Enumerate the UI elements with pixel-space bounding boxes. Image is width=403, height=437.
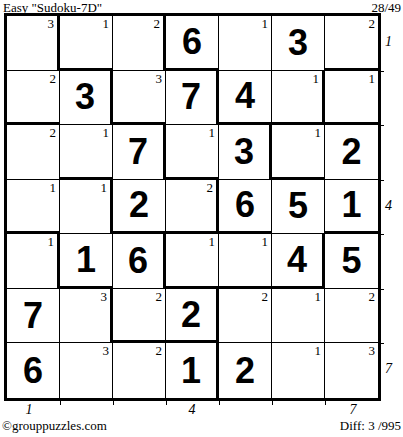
corner-mark: 1 (101, 180, 108, 195)
given-digit: 6 (23, 353, 43, 389)
corner-mark: 1 (50, 180, 57, 195)
corner-mark: 2 (262, 289, 269, 304)
corner-mark: 3 (369, 343, 376, 358)
sudoku-cell-r1c7[interactable]: 2 (325, 16, 378, 71)
sudoku-cell-r7c4[interactable]: 1 (166, 343, 219, 398)
given-digit: 3 (234, 134, 254, 170)
corner-mark: 2 (154, 16, 161, 31)
sudoku-cell-r2c4[interactable]: 7 (166, 71, 219, 126)
col-label-7: 7 (347, 402, 359, 418)
bottom-tick (166, 399, 167, 405)
corner-mark: 3 (156, 71, 163, 86)
sudoku-cell-r3c4[interactable]: 1 (166, 125, 219, 180)
sudoku-cell-r7c3[interactable]: 2 (113, 343, 166, 398)
sudoku-cell-r6c6[interactable]: 1 (272, 289, 325, 344)
sudoku-cell-r3c2[interactable]: 1 (60, 125, 113, 180)
sudoku-cell-r1c6[interactable]: 3 (272, 16, 325, 71)
corner-mark: 1 (262, 234, 269, 249)
bottom-tick (113, 399, 114, 405)
corner-mark: 2 (50, 125, 57, 140)
row-label-7: 7 (385, 361, 401, 377)
sudoku-cell-r4c7[interactable]: 1 (325, 180, 378, 235)
copyright-text: ©grouppuzzles.com (2, 418, 107, 434)
sudoku-cell-r2c5[interactable]: 4 (219, 71, 272, 126)
sudoku-cell-r4c5[interactable]: 6 (219, 180, 272, 235)
sudoku-cell-r2c2[interactable]: 3 (60, 71, 113, 126)
sudoku-cell-r5c7[interactable]: 5 (325, 234, 378, 289)
given-digit: 3 (288, 25, 308, 61)
corner-mark: 1 (369, 71, 376, 86)
sudoku-cell-r5c2[interactable]: 1 (60, 234, 113, 289)
sudoku-cell-r1c1[interactable]: 3 (7, 16, 60, 71)
right-tick (379, 289, 384, 290)
given-digit: 1 (181, 353, 201, 389)
sudoku-cell-r4c3[interactable]: 2 (113, 180, 166, 235)
corner-mark: 1 (103, 125, 110, 140)
row-label-4: 4 (385, 198, 401, 214)
given-digit: 2 (129, 187, 149, 223)
row-label-1: 1 (385, 34, 401, 50)
sudoku-cell-r7c1[interactable]: 6 (7, 343, 60, 398)
bottom-tick (325, 399, 326, 405)
sudoku-cell-r3c1[interactable]: 2 (7, 125, 60, 180)
given-digit: 6 (182, 24, 202, 60)
corner-mark: 1 (103, 16, 110, 31)
corner-mark: 1 (315, 125, 322, 140)
given-digit: 1 (341, 187, 361, 223)
sudoku-cell-r2c3[interactable]: 3 (113, 71, 166, 126)
col-label-1: 1 (23, 402, 35, 418)
given-digit: 7 (181, 79, 201, 115)
corner-mark: 1 (313, 71, 320, 86)
sudoku-cell-r5c4[interactable]: 1 (166, 234, 219, 289)
given-digit: 5 (288, 188, 308, 224)
bottom-tick (60, 399, 61, 405)
sudoku-cell-r1c2[interactable]: 1 (60, 16, 113, 71)
sudoku-cell-r7c7[interactable]: 3 (325, 343, 378, 398)
sudoku-cell-r5c5[interactable]: 1 (219, 234, 272, 289)
corner-mark: 1 (209, 234, 216, 249)
given-digit: 5 (341, 243, 361, 279)
difficulty-text: Diff: 3 /995 (340, 418, 401, 434)
sudoku-cell-r1c3[interactable]: 2 (113, 16, 166, 71)
sudoku-cell-r6c4[interactable]: 2 (166, 289, 219, 344)
sudoku-cell-r1c4[interactable]: 6 (166, 16, 219, 71)
sudoku-board: 3126132233741121713121122651116114573222… (4, 13, 381, 401)
sudoku-cell-r4c2[interactable]: 1 (60, 180, 113, 235)
sudoku-cell-r4c4[interactable]: 2 (166, 180, 219, 235)
corner-mark: 1 (262, 16, 269, 31)
given-digit: 2 (341, 134, 361, 170)
sudoku-cell-r6c5[interactable]: 2 (219, 289, 272, 344)
right-tick (379, 234, 384, 235)
given-digit: 4 (287, 242, 307, 278)
given-digit: 7 (23, 298, 43, 334)
sudoku-cell-r3c7[interactable]: 2 (325, 125, 378, 180)
corner-mark: 2 (156, 343, 163, 358)
sudoku-cell-r3c3[interactable]: 7 (113, 125, 166, 180)
sudoku-cell-r7c5[interactable]: 2 (219, 343, 272, 398)
sudoku-cell-r6c2[interactable]: 3 (60, 289, 113, 344)
given-digit: 3 (75, 79, 95, 115)
sudoku-cell-r2c1[interactable]: 2 (7, 71, 60, 126)
corner-mark: 1 (48, 234, 55, 249)
col-label-4: 4 (186, 402, 198, 418)
right-tick (379, 180, 384, 181)
sudoku-cell-r2c6[interactable]: 1 (272, 71, 325, 126)
corner-mark: 2 (207, 180, 214, 195)
given-digit: 1 (76, 242, 96, 278)
corner-mark: 2 (369, 289, 376, 304)
sudoku-cell-r7c2[interactable]: 3 (60, 343, 113, 398)
given-digit: 2 (181, 297, 201, 333)
corner-mark: 2 (50, 71, 57, 86)
given-digit: 7 (128, 134, 148, 170)
sudoku-cell-r4c1[interactable]: 1 (7, 180, 60, 235)
sudoku-cell-r6c1[interactable]: 7 (7, 289, 60, 344)
sudoku-cell-r4c6[interactable]: 5 (272, 180, 325, 235)
sudoku-cell-r3c6[interactable]: 1 (272, 125, 325, 180)
given-digit: 2 (235, 353, 255, 389)
sudoku-cell-r7c6[interactable]: 1 (272, 343, 325, 398)
sudoku-cell-r5c1[interactable]: 1 (7, 234, 60, 289)
sudoku-cell-r2c7[interactable]: 1 (325, 71, 378, 126)
given-digit: 6 (128, 243, 148, 279)
bottom-tick (219, 399, 220, 405)
corner-mark: 3 (48, 16, 55, 31)
corner-mark: 1 (315, 289, 322, 304)
sudoku-cell-r6c3[interactable]: 2 (113, 289, 166, 344)
puzzle-sheet: Easy "Sudoku-7D" 28/49 31261322337411217… (0, 0, 403, 437)
corner-mark: 1 (315, 343, 322, 358)
corner-mark: 3 (101, 289, 108, 304)
right-tick (379, 71, 384, 72)
corner-mark: 3 (103, 343, 110, 358)
sudoku-cell-r6c7[interactable]: 2 (325, 289, 378, 344)
sudoku-cell-r3c5[interactable]: 3 (219, 125, 272, 180)
sudoku-cell-r5c3[interactable]: 6 (113, 234, 166, 289)
right-tick (379, 343, 384, 344)
bottom-tick (272, 399, 273, 405)
sudoku-cell-r5c6[interactable]: 4 (272, 234, 325, 289)
right-tick (379, 125, 384, 126)
corner-mark: 2 (156, 289, 163, 304)
sudoku-cell-r1c5[interactable]: 1 (219, 16, 272, 71)
corner-mark: 1 (209, 125, 216, 140)
corner-mark: 2 (369, 16, 376, 31)
given-digit: 6 (235, 187, 255, 223)
given-digit: 4 (235, 78, 255, 114)
